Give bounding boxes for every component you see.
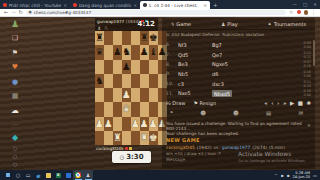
pairing-player-1[interactable]: cockingXD45 — [166, 145, 195, 150]
network-icon[interactable]: ▪ — [287, 173, 290, 178]
reload-icon[interactable]: ↻ — [18, 9, 22, 16]
white-pawn[interactable]: ♟ — [131, 117, 140, 131]
taskbar-apps: ○▭eX♟ — [0, 170, 93, 180]
step-back-icon[interactable]: ‹ — [271, 100, 273, 106]
square-a8[interactable]: ♜ — [95, 31, 104, 45]
top-player-clock: 4:12 — [138, 20, 155, 28]
store-taskbar-icon[interactable] — [63, 170, 73, 180]
tab-play-label: Play — [227, 21, 237, 27]
square-f6[interactable] — [140, 60, 149, 74]
square-a1[interactable] — [95, 131, 104, 145]
tab-play[interactable]: ♟ Play — [221, 21, 238, 27]
move-number: 7. — [166, 52, 178, 57]
file-explorer-taskbar-icon[interactable] — [43, 170, 53, 180]
tab-title: Phát nhạc chill - YouTube Music — [9, 3, 62, 8]
black-bishop[interactable]: ♝ — [149, 45, 158, 59]
square-e4[interactable] — [131, 88, 140, 102]
move-number: 6. — [166, 42, 178, 47]
taskbar-clock[interactable]: 5:28 AM 24-Jun-20 — [292, 171, 310, 179]
tab-close-icon[interactable]: × — [203, 3, 207, 8]
white-rook[interactable]: ♜ — [113, 131, 122, 145]
top-captured-pieces: ♗ ♘ — [97, 25, 109, 31]
trophy-icon: ✦ — [267, 21, 271, 27]
square-f1[interactable]: ♜ — [140, 131, 149, 145]
forward-icon[interactable]: → — [11, 9, 15, 16]
square-g5[interactable] — [149, 74, 158, 88]
top-player-name[interactable]: gunwap1977 — [97, 19, 124, 24]
square-a4[interactable] — [95, 88, 104, 102]
black-move[interactable]: dxc3 — [212, 81, 248, 87]
black-rook[interactable]: ♜ — [140, 31, 149, 45]
square-c8[interactable] — [113, 31, 122, 45]
notes-icon[interactable]: ▤ — [266, 110, 271, 116]
square-e3[interactable] — [131, 102, 140, 116]
premium-icon[interactable]: ◆ — [5, 131, 25, 144]
square-e6[interactable] — [131, 60, 140, 74]
site-lock-icon: ● — [29, 10, 32, 14]
screen: Phát nhạc chill - YouTube Music × Dang d… — [0, 0, 320, 180]
square-b5[interactable] — [104, 74, 113, 88]
game-actions: ½ Draw ⚑ Resign — [166, 100, 216, 106]
challenge-text-2: Your challenge has been accepted. — [166, 131, 305, 136]
move-times: 0:180:06 — [303, 70, 311, 78]
clock-icon: ◷ — [119, 154, 124, 160]
autoplay-icon[interactable]: ▶ — [290, 100, 294, 106]
browser-menu-icon[interactable]: ⋮ — [311, 9, 316, 15]
square-g2[interactable]: ♟ — [149, 117, 158, 131]
white-move[interactable]: Nxe5 — [178, 90, 212, 96]
white-pawn[interactable]: ♟ — [149, 117, 158, 131]
move-times: 0:160:08 — [303, 89, 311, 97]
square-e7[interactable] — [131, 45, 140, 59]
move-times: 0:110:24 — [303, 80, 311, 88]
share-icon[interactable]: ✉ — [298, 110, 303, 116]
excel-taskbar-icon[interactable]: X — [53, 170, 63, 180]
flag-icon — [125, 147, 128, 149]
square-b3[interactable] — [104, 102, 113, 116]
windows-taskbar: ○▭eX♟ ^ ▪ ▪ 5:28 AM 24-Jun-20 ▭ — [0, 170, 320, 180]
more-icon[interactable]: ⋯ — [5, 118, 25, 131]
square-d7[interactable]: ♞ — [122, 45, 131, 59]
setting-3-icon[interactable]: ○ — [5, 160, 25, 168]
square-b6[interactable] — [104, 60, 113, 74]
message-close-icon[interactable]: × — [307, 122, 311, 128]
volume-icon[interactable]: ▪ — [281, 173, 284, 178]
playback-controls: «‹›»▶■✱ — [264, 100, 311, 106]
chrome-taskbar-icon[interactable] — [73, 170, 83, 180]
square-d2[interactable] — [122, 117, 131, 131]
black-pawn[interactable]: ♟ — [140, 45, 149, 59]
tab-close-icon[interactable]: × — [133, 3, 137, 8]
start-taskbar-icon[interactable] — [3, 170, 13, 180]
browser-toolbar: ← → ↻ ● chess.com/live#g-4034537 ☆ ⋮ — [0, 9, 320, 17]
move-times: 0:090:04 — [303, 41, 311, 49]
back-icon[interactable]: ← — [4, 9, 8, 16]
square-b1[interactable] — [104, 131, 113, 145]
tray-caret-icon[interactable]: ^ — [274, 173, 278, 178]
black-move[interactable]: Ngxe5 — [212, 61, 248, 67]
sidebar-scrollbar[interactable] — [313, 40, 315, 66]
draw-button[interactable]: ½ Draw — [166, 100, 185, 106]
chat-input-label[interactable]: Message — [166, 157, 185, 162]
cloud-icon[interactable]: ☁ — [5, 104, 25, 119]
square-d3[interactable]: ♛ — [122, 102, 131, 116]
square-c3[interactable] — [113, 102, 122, 116]
settings-gear-icon[interactable]: ⊙ — [166, 32, 170, 37]
square-a7[interactable]: ♛ — [95, 45, 104, 59]
youtube-favicon-icon — [73, 3, 77, 7]
chess-app-taskbar-icon[interactable]: ♟ — [83, 170, 93, 180]
close-button[interactable]: × — [313, 2, 317, 7]
square-g6[interactable] — [149, 60, 158, 74]
square-a3[interactable] — [95, 102, 104, 116]
move-times: 0:070:15 — [303, 60, 311, 68]
taskbar-date: 24-Jun-20 — [292, 175, 310, 179]
spectators-icon[interactable]: ☻ — [233, 110, 239, 116]
stop-icon[interactable]: ■ — [298, 100, 303, 106]
square-d6[interactable]: ♟ — [122, 60, 131, 74]
pawn-icon: ♟ — [221, 21, 225, 27]
square-a5[interactable]: ♞ — [95, 74, 104, 88]
pairing-vs: vs. — [213, 145, 219, 150]
chess-favicon-icon — [143, 3, 147, 7]
square-c1[interactable]: ♜ — [113, 131, 122, 145]
square-g4[interactable] — [149, 88, 158, 102]
black-knight[interactable]: ♞ — [122, 45, 131, 59]
bottom-player-flags — [125, 147, 132, 149]
browser-tab-active[interactable]: 1. c4 2:44 - Live chess × — [140, 1, 210, 9]
black-knight[interactable]: ♞ — [95, 74, 104, 88]
square-e1[interactable] — [131, 131, 140, 145]
new-game-heading: NEW GAME — [166, 138, 305, 143]
white-king[interactable]: ♚ — [149, 131, 158, 145]
pairing-line: cockingXD45 (1942) vs. gunwap1977 (2074)… — [166, 145, 305, 150]
opponent-icon[interactable]: ☻ — [200, 110, 206, 116]
move-row: 7.Qd5Qe70:130:21 — [162, 50, 315, 60]
square-c7[interactable]: ♟ — [113, 45, 122, 59]
tab-tournaments[interactable]: ✦ Tournaments — [267, 21, 306, 27]
top-player-bar: gunwap1977 (1934) ♗ ♘ 4:12 — [95, 18, 158, 32]
skip-start-icon[interactable]: « — [264, 100, 268, 106]
edge-taskbar-icon[interactable]: e — [33, 170, 43, 180]
square-d4[interactable]: ♟ — [122, 88, 131, 102]
square-b4[interactable] — [104, 88, 113, 102]
move-row: 9.Nb5d60:180:06 — [162, 69, 315, 79]
browser-tab-2[interactable]: Dang dang quan conditions 40... × — [70, 1, 140, 9]
game-sidebar: ϟ Game ♟ Play ✦ Tournaments ⊙ A52 Budape… — [162, 18, 315, 169]
chat-icon[interactable]: ❝ — [170, 110, 173, 116]
opening-name: A52 Budapest Defense: Rubinstein Variati… — [172, 32, 265, 37]
white-move[interactable]: Be3 — [178, 61, 212, 67]
move-number: 9. — [166, 71, 178, 76]
white-move[interactable]: Nf3 — [178, 42, 212, 48]
chess-board: ♜♜♚♛♟♞♟♝♟♟♞♟♛♟♟♟♟♟♟♜♜♚ — [95, 31, 158, 145]
minimize-button[interactable]: — — [292, 2, 297, 7]
rating-odds: win +10 / draw +2 / lose -7 — [166, 151, 305, 156]
square-g7[interactable]: ♝ — [149, 45, 158, 59]
square-e2[interactable]: ♟ — [131, 117, 140, 131]
square-d5[interactable] — [122, 74, 131, 88]
white-queen[interactable]: ♛ — [122, 102, 131, 116]
tab-title: 1. c4 2:44 - Live chess — [149, 3, 202, 8]
move-times: 0:130:21 — [303, 51, 311, 59]
white-pawn[interactable]: ♟ — [122, 88, 131, 102]
youtube-favicon-icon — [3, 3, 7, 7]
pairing-player-2[interactable]: gunwap1977 — [222, 145, 251, 150]
half-point-icon: ½ — [166, 100, 171, 106]
square-f8[interactable]: ♜ — [140, 31, 149, 45]
square-a2[interactable]: ♟ — [95, 117, 104, 131]
address-bar[interactable]: ● chess.com/live#g-4034537 — [26, 10, 286, 16]
flag-icon — [129, 147, 132, 149]
square-b8[interactable] — [104, 31, 113, 45]
black-move[interactable]: Nbxd5 — [212, 90, 248, 96]
square-f5[interactable] — [140, 74, 149, 88]
friends-icon[interactable]: ♥ — [5, 60, 25, 75]
sidebar-tabs: ϟ Game ♟ Play ✦ Tournaments — [162, 19, 315, 30]
square-d8[interactable] — [122, 31, 131, 45]
black-move[interactable]: Qe7 — [212, 52, 248, 58]
square-c5[interactable] — [113, 74, 122, 88]
setting-1-icon[interactable]: ○ — [5, 144, 25, 152]
task-view-taskbar-icon[interactable]: ▭ — [23, 170, 33, 180]
bottom-clock-time: 3:30 — [126, 153, 143, 161]
pairing-time-control: (5 min) — [269, 145, 285, 150]
skip-end-icon[interactable]: » — [283, 100, 287, 106]
flag-icon: ⚑ — [193, 100, 197, 106]
black-rook[interactable]: ♜ — [95, 31, 104, 45]
tab-tournaments-label: Tournaments — [274, 21, 306, 27]
setting-2-icon[interactable]: ○ — [5, 152, 25, 160]
tab-game-label: Game — [176, 21, 191, 27]
board-icon[interactable]: ▦ — [5, 89, 25, 104]
left-icon-rail: ♟❏⚑♥●▦☁⋯◆○○○ — [0, 17, 30, 168]
system-tray: ^ ▪ ▪ 5:28 AM 24-Jun-20 ▭ — [274, 171, 320, 179]
black-pawn[interactable]: ♟ — [122, 60, 131, 74]
world-icon[interactable]: ● — [5, 75, 25, 90]
extension-icon[interactable] — [297, 10, 301, 14]
move-row: 10.c3dxc30:110:24 — [162, 79, 315, 89]
window-controls: — □ × — [292, 0, 317, 8]
browser-tab-strip: Phát nhạc chill - YouTube Music × Dang d… — [0, 0, 320, 9]
play-icon[interactable]: ❏ — [5, 31, 25, 46]
pairing-rating-2: (2074) — [252, 145, 267, 150]
opening-name-row: ⊙ A52 Budapest Defense: Rubinstein Varia… — [166, 32, 312, 37]
cortana-taskbar-icon[interactable]: ○ — [13, 170, 23, 180]
square-b2[interactable]: ♟ — [104, 117, 113, 131]
square-f7[interactable]: ♟ — [140, 45, 149, 59]
move-row: 8.Be3Ngxe50:070:15 — [162, 59, 315, 69]
white-rook[interactable]: ♜ — [140, 131, 149, 145]
square-g1[interactable]: ♚ — [149, 131, 158, 145]
white-move[interactable]: Qd5 — [178, 52, 212, 58]
bottom-player-clock: ◷ 3:30 — [112, 151, 151, 163]
challenge-text-1: You have issued a challenge. Waiting to … — [166, 121, 305, 131]
bottom-player-bar: cockingXD45 ◷ 3:30 — [95, 145, 158, 166]
square-g3[interactable] — [149, 102, 158, 116]
square-a6[interactable] — [95, 60, 104, 74]
resign-label: Resign — [199, 100, 216, 106]
square-b7[interactable] — [104, 45, 113, 59]
white-move[interactable]: c3 — [178, 81, 212, 87]
white-pawn[interactable]: ♟ — [95, 117, 104, 131]
move-row: 11.Nxe5Nbxd50:160:08 — [162, 88, 315, 98]
panel-icon-tabs: ❝☻☻▤✉ — [170, 110, 303, 116]
maximize-button[interactable]: □ — [303, 2, 307, 7]
black-move[interactable]: Bg7 — [212, 42, 248, 48]
draw-label: Draw — [172, 100, 185, 106]
square-f3[interactable] — [140, 102, 149, 116]
move-row: 6.Nf3Bg70:090:04 — [162, 40, 315, 50]
new-tab-button[interactable]: + — [213, 1, 218, 9]
flags-icon[interactable]: ⚑ — [5, 46, 25, 61]
step-forward-icon[interactable]: › — [277, 100, 279, 106]
white-pawn[interactable]: ♟ — [104, 117, 113, 131]
square-e8[interactable] — [131, 31, 140, 45]
tab-close-icon[interactable]: × — [63, 3, 67, 8]
bookmark-star-icon[interactable]: ☆ — [289, 9, 293, 15]
move-number: 11. — [166, 91, 178, 96]
logo-icon[interactable]: ♟ — [5, 17, 25, 31]
move-list: 6.Nf3Bg70:090:047.Qd5Qe70:130:218.Be3Ngx… — [162, 40, 315, 98]
profile-avatar[interactable] — [304, 10, 309, 15]
square-c6[interactable] — [113, 60, 122, 74]
notification-center-icon[interactable]: ▭ — [313, 173, 317, 178]
square-g8[interactable]: ♚ — [149, 31, 158, 45]
square-f4[interactable] — [140, 88, 149, 102]
square-f2[interactable]: ♟ — [140, 117, 149, 131]
white-pawn[interactable]: ♟ — [140, 117, 149, 131]
black-move[interactable]: d6 — [212, 71, 248, 77]
black-queen[interactable]: ♛ — [95, 45, 104, 59]
settings-icon[interactable]: ✱ — [306, 100, 311, 106]
square-c2[interactable] — [113, 117, 122, 131]
square-d1[interactable] — [122, 131, 131, 145]
tab-title: Dang dang quan conditions 40... — [79, 3, 132, 8]
black-pawn[interactable]: ♟ — [113, 45, 122, 59]
black-king[interactable]: ♚ — [149, 31, 158, 45]
challenge-message-panel: You have issued a challenge. Waiting to … — [166, 121, 305, 156]
square-c4[interactable] — [113, 88, 122, 102]
resign-button[interactable]: ⚑ Resign — [193, 100, 216, 106]
move-number: 10. — [166, 81, 178, 86]
move-number: 8. — [166, 62, 178, 67]
lightning-icon: ϟ — [171, 21, 174, 27]
white-move[interactable]: Nb5 — [178, 71, 212, 77]
pairing-rating-1: (1942) — [197, 145, 212, 150]
square-e5[interactable] — [131, 74, 140, 88]
url-text: chess.com/live#g-4034537 — [34, 10, 91, 15]
tab-game[interactable]: ϟ Game — [171, 21, 191, 27]
